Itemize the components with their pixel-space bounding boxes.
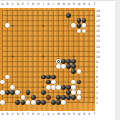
stone-black [5, 90, 10, 95]
stone-white [26, 100, 31, 105]
last-move-marker [47, 96, 50, 99]
stone-white [46, 85, 51, 90]
stone-black [61, 85, 66, 90]
stone-white [77, 90, 82, 95]
top-coordinate-labels: ABCDEFGHJKLMNOPQRST [0, 1, 97, 7]
stone-black [46, 80, 51, 85]
stone-white [56, 59, 61, 64]
stone-white [0, 80, 5, 85]
stone-black [61, 59, 66, 64]
stone-white [0, 100, 5, 105]
stone-white [82, 23, 87, 28]
stone-black [71, 64, 76, 69]
stone-white [56, 64, 61, 69]
ring-marker [57, 60, 60, 63]
bottom-coordinate-labels: ABCDEFGHJKLMNOPQRST [0, 111, 97, 117]
stone-black [71, 59, 76, 64]
stone-white [31, 100, 36, 105]
right-coordinate-labels: 19181716151413121110987654321 [96, 8, 104, 111]
stone-black [31, 95, 36, 100]
stone-black [66, 59, 71, 64]
stone-black [51, 100, 56, 105]
stone-white [51, 80, 56, 85]
column-label: T [92, 1, 97, 7]
stone-black [46, 75, 51, 80]
stone-black [66, 85, 71, 90]
stone-white [71, 80, 76, 85]
stone-black [66, 64, 71, 69]
stone-black [66, 95, 71, 100]
stone-white [51, 85, 56, 90]
stone-white [21, 95, 26, 100]
stone-black [56, 100, 61, 105]
stone-black [61, 95, 66, 100]
stone-white [15, 90, 20, 95]
stone-white [56, 85, 61, 90]
row-label: 1 [96, 100, 104, 105]
stone-black [46, 95, 51, 100]
stone-black [82, 18, 87, 23]
stone-white [71, 85, 76, 90]
stone-white [0, 90, 5, 95]
stone-black [26, 90, 31, 95]
stone-black [77, 18, 82, 23]
stone-black [77, 80, 82, 85]
go-app-window: ABCDEFGHJKLMNOPQRST 19181716151413121110… [0, 0, 120, 120]
stone-black [10, 90, 15, 95]
stone-white [10, 85, 15, 90]
stone-black [51, 75, 56, 80]
stone-black [66, 13, 71, 18]
stones-layer [0, 8, 97, 105]
stone-white [5, 23, 10, 28]
stone-white [82, 29, 87, 34]
stone-white [71, 23, 76, 28]
stone-white [61, 100, 66, 105]
stone-black [41, 90, 46, 95]
window-edge-right [115, 0, 120, 120]
stone-white [61, 64, 66, 69]
stone-white [77, 95, 82, 100]
stone-black [15, 100, 20, 105]
stone-black [21, 100, 26, 105]
stone-black [41, 75, 46, 80]
stone-white [77, 69, 82, 74]
stone-black [41, 100, 46, 105]
stone-white [71, 90, 76, 95]
column-label: T [92, 111, 97, 117]
stone-black [71, 69, 76, 74]
go-board[interactable] [0, 8, 95, 111]
stone-white [77, 29, 82, 34]
stone-white [5, 75, 10, 80]
stone-black [36, 100, 41, 105]
stone-black [71, 95, 76, 100]
stone-black [56, 95, 61, 100]
stone-black [77, 23, 82, 28]
stone-black [66, 90, 71, 95]
